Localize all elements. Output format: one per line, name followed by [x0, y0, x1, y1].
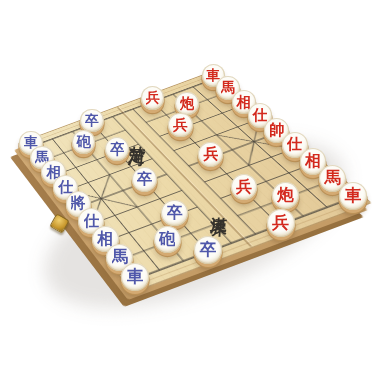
piece-glyph: 卒: [110, 137, 125, 161]
piece-glyph: 兵: [203, 142, 218, 167]
piece-glyph: 仕: [287, 132, 303, 157]
xiangqi-set-photo: 楚河 漢界 車馬相仕將仕相馬車砲砲卒卒卒卒卒兵兵兵兵兵炮炮車馬相仕帥仕相馬車: [0, 0, 380, 380]
piece-glyph: 馬: [324, 165, 340, 191]
piece-glyph: 兵: [173, 113, 188, 137]
piece-red-soldier[interactable]: 兵: [141, 86, 164, 109]
piece-glyph: 車: [127, 263, 144, 290]
piece-glyph: 砲: [76, 130, 90, 153]
piece-glyph: 兵: [236, 174, 252, 200]
piece-glyph: 炮: [277, 182, 293, 208]
piece-glyph: 相: [305, 148, 321, 174]
piece-blue-chariot[interactable]: 車: [121, 263, 149, 291]
piece-blue-soldier[interactable]: 卒: [194, 236, 222, 264]
piece-glyph: 砲: [159, 226, 175, 253]
piece-red-soldier[interactable]: 兵: [168, 113, 192, 137]
piece-red-soldier[interactable]: 兵: [267, 209, 295, 237]
river-label-chu-he: 楚河: [127, 131, 151, 141]
piece-glyph: 卒: [137, 167, 152, 192]
piece-blue-soldier[interactable]: 卒: [105, 137, 129, 161]
piece-glyph: 兵: [146, 86, 160, 109]
piece-glyph: 卒: [199, 236, 216, 263]
piece-red-chariot[interactable]: 車: [339, 182, 367, 210]
piece-glyph: 帥: [269, 118, 284, 143]
piece-glyph: 車: [344, 182, 361, 209]
piece-glyph: 卒: [167, 200, 183, 226]
piece-glyph: 卒: [85, 109, 99, 132]
piece-glyph: 炮: [180, 92, 194, 115]
piece-red-cannon[interactable]: 炮: [175, 92, 199, 116]
piece-glyph: 兵: [272, 209, 289, 236]
piece-blue-cannon[interactable]: 砲: [154, 226, 181, 253]
piece-blue-soldier[interactable]: 卒: [80, 109, 103, 132]
river-label-han-jie: 漢界: [209, 202, 233, 212]
